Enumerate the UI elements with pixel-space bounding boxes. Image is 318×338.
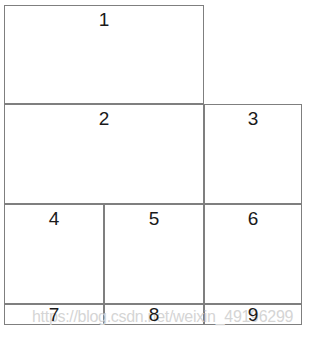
cell-label: 8 xyxy=(149,305,160,324)
cell-label: 3 xyxy=(248,109,259,128)
cell-label: 9 xyxy=(248,305,259,324)
cell-label: 1 xyxy=(99,10,110,29)
cell-5: 5 xyxy=(104,204,204,304)
cell-label: 7 xyxy=(49,305,60,324)
partition-diagram: 1 2 3 4 5 6 7 8 9 https://blog.csdn.net/… xyxy=(0,0,318,338)
cell-1: 1 xyxy=(4,5,204,104)
cell-label: 6 xyxy=(248,209,259,228)
cell-6: 6 xyxy=(204,204,302,304)
cell-label: 2 xyxy=(99,109,110,128)
cell-label: 4 xyxy=(49,209,60,228)
cell-3: 3 xyxy=(204,104,302,204)
cell-4: 4 xyxy=(4,204,104,304)
cell-2: 2 xyxy=(4,104,204,204)
cell-label: 5 xyxy=(149,209,160,228)
